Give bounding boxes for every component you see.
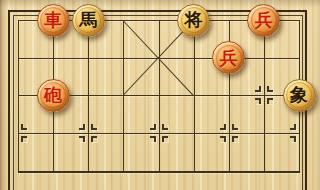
board-cell [195, 96, 230, 134]
board-cell [230, 96, 265, 134]
piece-black-horse[interactable]: 馬 [72, 4, 105, 37]
board-cell [124, 96, 159, 134]
board-cell [124, 134, 159, 172]
piece-red-soldier[interactable]: 兵 [247, 4, 280, 37]
board-cell [89, 59, 124, 97]
board-cell [160, 96, 195, 134]
board-cell [124, 59, 159, 97]
piece-black-elephant[interactable]: 象 [283, 79, 316, 112]
xiangqi-screen: 車馬将兵兵砲象 [0, 0, 320, 190]
board-cell [19, 134, 54, 172]
board-cell [230, 134, 265, 172]
xiangqi-board[interactable]: 車馬将兵兵砲象 [18, 20, 300, 190]
piece-red-chariot[interactable]: 車 [37, 4, 70, 37]
piece-red-cannon[interactable]: 砲 [37, 79, 70, 112]
river-area [8, 172, 310, 190]
piece-black-general[interactable]: 将 [177, 4, 210, 37]
board-cell [89, 96, 124, 134]
board-cell [195, 134, 230, 172]
board-cell [89, 134, 124, 172]
board-cell [54, 134, 89, 172]
board-cell [160, 134, 195, 172]
board-cell [265, 134, 300, 172]
